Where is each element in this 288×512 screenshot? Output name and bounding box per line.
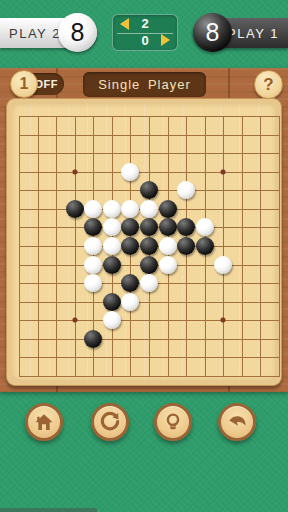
score-row-top: 2 bbox=[113, 15, 177, 32]
stone-black: ● bbox=[140, 181, 158, 199]
player2-ball-number: 8 bbox=[71, 18, 85, 47]
stone-black: ● bbox=[84, 330, 102, 348]
star-point bbox=[72, 318, 77, 323]
restart-button[interactable] bbox=[91, 403, 129, 441]
help-question-icon: ? bbox=[263, 75, 273, 95]
stone-black: ● bbox=[121, 274, 139, 292]
restart-icon bbox=[99, 411, 121, 433]
stone-white: ○ bbox=[103, 200, 121, 218]
board-panel: ○●○●○○○○●●○●●●●○○○●●○●●○●●○○○●○●○○● bbox=[6, 98, 282, 386]
stone-black: ● bbox=[159, 200, 177, 218]
stone-black: ● bbox=[159, 218, 177, 236]
stone-black: ● bbox=[121, 218, 139, 236]
stone-white: ○ bbox=[84, 237, 102, 255]
player1-ball-black: 8 bbox=[193, 13, 232, 52]
move-number-toggle-state: OFF bbox=[35, 78, 59, 90]
player1-ball-number: 8 bbox=[206, 18, 220, 47]
player2-ball-white: 8 bbox=[58, 13, 97, 52]
stone-white: ○ bbox=[84, 274, 102, 292]
stone-white: ○ bbox=[84, 200, 102, 218]
move-number-badge-value: 1 bbox=[20, 75, 29, 93]
stone-white: ○ bbox=[159, 237, 177, 255]
stone-black: ● bbox=[196, 237, 214, 255]
stone-black: ● bbox=[177, 218, 195, 236]
stone-white: ○ bbox=[121, 163, 139, 181]
star-point bbox=[72, 169, 77, 174]
mode-title-panel: Single Player bbox=[83, 72, 206, 97]
stone-white: ○ bbox=[140, 200, 158, 218]
lightbulb-icon bbox=[162, 411, 184, 433]
star-point bbox=[221, 318, 226, 323]
undo-button[interactable] bbox=[218, 403, 256, 441]
stone-black: ● bbox=[177, 237, 195, 255]
mode-title: Single Player bbox=[98, 77, 191, 92]
home-button[interactable] bbox=[25, 403, 63, 441]
score-bottom-value: 0 bbox=[141, 33, 148, 48]
stone-white: ○ bbox=[159, 256, 177, 274]
stone-white: ○ bbox=[214, 256, 232, 274]
undo-arrow-icon bbox=[226, 411, 248, 433]
stone-white: ○ bbox=[140, 274, 158, 292]
stone-white: ○ bbox=[121, 200, 139, 218]
board-field: ○●○●○○○○●●○●●●●○○○●●○●●○●●○○○●○●○○● bbox=[11, 103, 277, 381]
stone-white: ○ bbox=[103, 218, 121, 236]
stone-black: ● bbox=[140, 237, 158, 255]
score-row-bottom: 0 bbox=[113, 32, 177, 49]
stone-white: ○ bbox=[103, 311, 121, 329]
prev-arrow-icon[interactable] bbox=[120, 18, 129, 30]
star-point bbox=[221, 169, 226, 174]
hint-button[interactable] bbox=[154, 403, 192, 441]
game-screen: PLAY 2 8 PLAY 1 8 2 0 OFF 1 Single Playe… bbox=[0, 0, 288, 512]
next-arrow-icon[interactable] bbox=[161, 34, 170, 46]
stone-white: ○ bbox=[84, 256, 102, 274]
stone-white: ○ bbox=[177, 181, 195, 199]
stone-black: ● bbox=[103, 256, 121, 274]
board-grid[interactable]: ○●○●○○○○●●○●●●●○○○●●○●●○●●○○○●○●○○● bbox=[19, 116, 280, 377]
help-button[interactable]: ? bbox=[254, 70, 283, 99]
stone-black: ● bbox=[140, 256, 158, 274]
score-box: 2 0 bbox=[112, 14, 178, 51]
screen-bottom-strip bbox=[0, 508, 97, 512]
home-icon bbox=[33, 411, 55, 433]
player2-label: PLAY 2 bbox=[9, 26, 61, 41]
stone-black: ● bbox=[66, 200, 84, 218]
stone-white: ○ bbox=[121, 293, 139, 311]
stone-white: ○ bbox=[196, 218, 214, 236]
stone-black: ● bbox=[103, 293, 121, 311]
move-number-badge[interactable]: 1 bbox=[10, 70, 38, 98]
stone-black: ● bbox=[84, 218, 102, 236]
stone-white: ○ bbox=[103, 237, 121, 255]
stone-black: ● bbox=[121, 237, 139, 255]
stone-black: ● bbox=[140, 218, 158, 236]
score-top-value: 2 bbox=[141, 16, 148, 31]
player1-label: PLAY 1 bbox=[227, 26, 279, 41]
